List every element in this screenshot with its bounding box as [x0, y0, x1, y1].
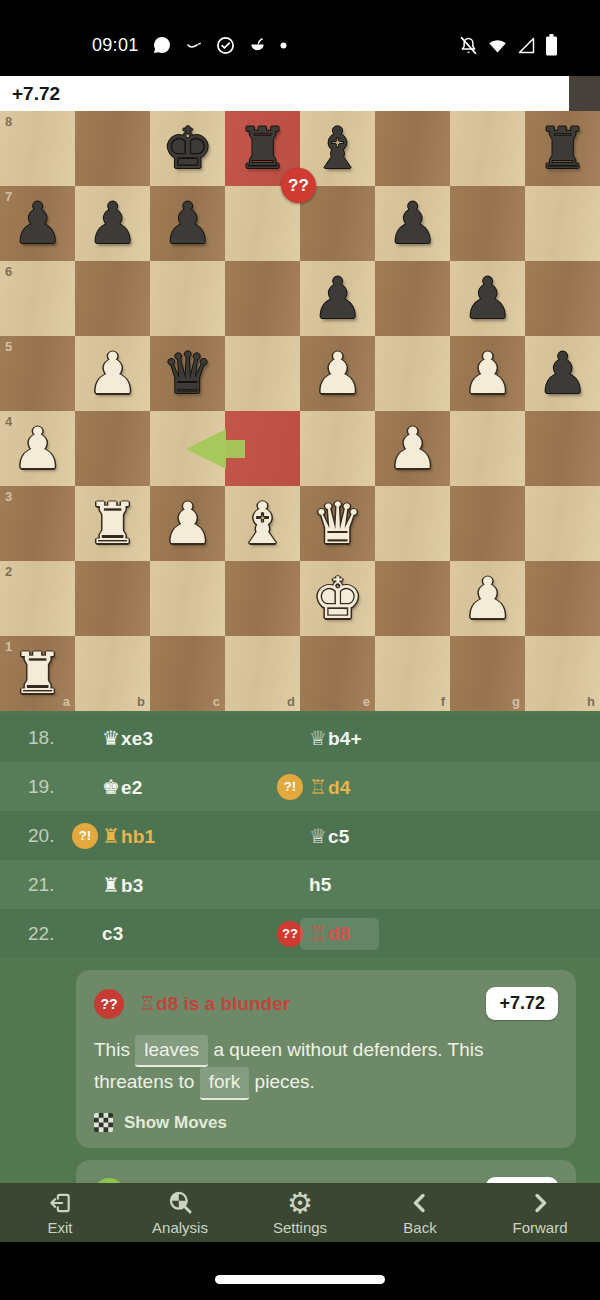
rank-label-3: 3 [5, 489, 12, 504]
move-row-21: 21.♜b3h5 [0, 860, 600, 909]
square-d2[interactable] [225, 561, 300, 636]
move-row-18: 18.♛xe3♕b4+ [0, 713, 600, 762]
status-bar: 09:01 [0, 0, 600, 76]
cellular-icon [516, 35, 537, 56]
piece-white-rook: ♜ [87, 495, 138, 552]
square-b4[interactable] [75, 411, 150, 486]
term-chip-fork[interactable]: fork [200, 1067, 250, 1099]
white-move-18[interactable]: ♛xe3 [102, 726, 277, 750]
file-label-f: f [441, 694, 445, 709]
square-e4[interactable] [300, 411, 375, 486]
piece-black-pawn: ♟ [387, 195, 438, 252]
square-a7[interactable]: 7♟ [0, 186, 75, 261]
blunder-badge: ?? [281, 168, 316, 203]
square-g2[interactable]: ♟ [450, 561, 525, 636]
mini-board-icon [94, 1113, 113, 1132]
file-label-d: d [287, 694, 295, 709]
rank-label-1: 1 [5, 639, 12, 654]
piece-white-pawn: ♟ [312, 345, 363, 402]
move-number: 22. [28, 923, 72, 945]
square-h6[interactable] [525, 261, 600, 336]
piece-white-pawn: ♟ [462, 345, 513, 402]
piece-white-pawn: ♟ [12, 420, 63, 477]
piece-black-pawn: ♟ [312, 270, 363, 327]
evaluation-bar: +7.72 [0, 76, 600, 111]
move-text: xe3 [121, 728, 153, 749]
piece-white-pawn: ♟ [387, 420, 438, 477]
square-f8[interactable] [375, 111, 450, 186]
square-a5[interactable]: 5 [0, 336, 75, 411]
nav-label: Exit [47, 1219, 72, 1236]
term-chip-leaves[interactable]: leaves [135, 1035, 208, 1067]
figurine: ♕ [309, 726, 327, 750]
piece-white-queen: ♛ [312, 495, 363, 552]
white-move-19[interactable]: ♚e2 [102, 775, 277, 799]
square-a6[interactable]: 6 [0, 261, 75, 336]
file-label-h: h [587, 694, 595, 709]
figurine: ♖ [139, 992, 156, 1014]
card-explanation: This leaves a queen without defenders. T… [94, 1035, 558, 1100]
card-title: ♖d8 is a blunder [139, 992, 290, 1015]
square-f6[interactable] [375, 261, 450, 336]
square-c2[interactable] [150, 561, 225, 636]
piece-white-pawn: ♟ [162, 495, 213, 552]
square-c3[interactable]: ♟ [150, 486, 225, 561]
piece-black-bishop: ♝ [312, 120, 363, 177]
annotation-badge-warn: ?! [277, 774, 303, 800]
square-c8[interactable]: ♚ [150, 111, 225, 186]
square-c6[interactable] [150, 261, 225, 336]
square-f7[interactable]: ♟ [375, 186, 450, 261]
annotation-badge-warn: ?! [72, 823, 98, 849]
rank-label-2: 2 [5, 564, 12, 579]
square-e1[interactable]: e [300, 636, 375, 711]
nav-analysis-button[interactable]: Analysis [120, 1183, 240, 1242]
notification-dot-icon [280, 42, 287, 49]
move-row-22: 22.c3??♖d8 [0, 909, 600, 958]
figurine: ♜ [102, 824, 120, 848]
piece-black-queen: ♛ [162, 345, 213, 402]
check-circle-icon [216, 36, 235, 55]
square-b3[interactable]: ♜ [75, 486, 150, 561]
pot-icon [248, 36, 267, 55]
file-label-a: a [63, 694, 70, 709]
file-label-e: e [363, 694, 370, 709]
square-c5[interactable]: ♛ [150, 336, 225, 411]
square-a3[interactable]: 3 [0, 486, 75, 561]
piece-black-king: ♚ [162, 120, 213, 177]
black-move-20[interactable]: ♕c5 [309, 824, 349, 848]
bell-off-icon [458, 35, 479, 56]
square-h7[interactable] [525, 186, 600, 261]
square-g1[interactable]: g [450, 636, 525, 711]
move-text: e2 [121, 777, 143, 798]
square-e2[interactable]: ♚ [300, 561, 375, 636]
square-g7[interactable] [450, 186, 525, 261]
move-list: 18.♛xe3♕b4+19.♚e2?!♖d420.?!♜hb1♕c521.♜b3… [0, 711, 600, 958]
piece-black-pawn: ♟ [537, 345, 588, 402]
move-row-19: 19.♚e2?!♖d4 [0, 762, 600, 811]
move-text: c5 [328, 826, 350, 847]
file-label-g: g [512, 694, 520, 709]
move-text: d4 [328, 777, 351, 798]
piece-black-pawn: ♟ [12, 195, 63, 252]
square-f5[interactable] [375, 336, 450, 411]
chevron-left-icon [408, 1190, 432, 1216]
clock: 09:01 [92, 35, 139, 56]
square-b1[interactable]: b [75, 636, 150, 711]
exit-icon [47, 1190, 73, 1216]
figurine: ♛ [102, 726, 120, 750]
rank-label-6: 6 [5, 264, 12, 279]
nav-forward-button[interactable]: Forward [480, 1183, 600, 1242]
square-h4[interactable] [525, 411, 600, 486]
white-move-22[interactable]: c3 [102, 923, 277, 945]
wave-icon [185, 36, 203, 54]
evaluation-score: +7.72 [0, 83, 60, 105]
move-row-20: 20.?!♜hb1♕c5 [0, 811, 600, 860]
best-move-arrow [186, 429, 246, 473]
battery-icon [545, 34, 558, 56]
square-g6[interactable]: ♟ [450, 261, 525, 336]
show-moves-label: Show Moves [124, 1113, 227, 1133]
move-number: 19. [28, 776, 72, 798]
square-f2[interactable] [375, 561, 450, 636]
nav-label: Back [403, 1219, 436, 1236]
nav-label: Analysis [152, 1219, 208, 1236]
piece-white-pawn: ♟ [462, 570, 513, 627]
piece-black-pawn: ♟ [87, 195, 138, 252]
square-d5[interactable] [225, 336, 300, 411]
figurine: ♖ [309, 922, 327, 946]
square-g5[interactable]: ♟ [450, 336, 525, 411]
square-f1[interactable]: f [375, 636, 450, 711]
move-text: h5 [309, 874, 332, 895]
evaluation-bar-black-segment [569, 76, 600, 111]
wifi-icon [487, 35, 508, 56]
gesture-area [0, 1242, 600, 1300]
square-d3[interactable]: ♝ [225, 486, 300, 561]
square-g8[interactable] [450, 111, 525, 186]
chat-bubble-icon [152, 35, 172, 55]
home-indicator[interactable] [215, 1275, 385, 1284]
square-d1[interactable]: d [225, 636, 300, 711]
move-text: b3 [121, 875, 144, 896]
figurine: ♜ [102, 873, 120, 897]
chevron-right-icon [528, 1190, 552, 1216]
best-move-card: ★♖c4 is best+0.72 [76, 1160, 576, 1183]
square-a2[interactable]: 2 [0, 561, 75, 636]
white-move-20[interactable]: ♜hb1 [102, 824, 277, 848]
move-text: b4+ [328, 728, 362, 749]
black-move-18[interactable]: ♕b4+ [309, 726, 362, 750]
square-e5[interactable]: ♟ [300, 336, 375, 411]
square-b8[interactable] [75, 111, 150, 186]
square-b5[interactable]: ♟ [75, 336, 150, 411]
nav-label: Settings [273, 1219, 327, 1236]
analysis-cards: ??♖d8 is a blunder+7.72This leaves a que… [0, 958, 600, 1183]
rank-label-5: 5 [5, 339, 12, 354]
piece-black-pawn: ♟ [162, 195, 213, 252]
piece-black-pawn: ♟ [462, 270, 513, 327]
show-moves-button[interactable]: Show Moves [94, 1113, 558, 1133]
square-a4[interactable]: 4♟ [0, 411, 75, 486]
square-b6[interactable] [75, 261, 150, 336]
square-d6[interactable] [225, 261, 300, 336]
file-label-c: c [213, 694, 220, 709]
piece-black-rook: ♜ [537, 120, 588, 177]
piece-white-king: ♚ [312, 570, 363, 627]
square-g3[interactable] [450, 486, 525, 561]
square-h1[interactable]: h [525, 636, 600, 711]
annotation-slot: ?! [277, 774, 309, 800]
black-move-22[interactable]: ♖d8 [309, 918, 379, 950]
move-number: 18. [28, 727, 72, 749]
move-text: d8 [328, 923, 351, 945]
square-h3[interactable] [525, 486, 600, 561]
white-move-21[interactable]: ♜b3 [102, 873, 277, 897]
move-text: hb1 [121, 826, 155, 847]
move-text: c3 [102, 923, 124, 944]
square-f4[interactable]: ♟ [375, 411, 450, 486]
move-number: 21. [28, 874, 72, 896]
annotation-slot: ?! [72, 823, 102, 849]
move-number: 20. [28, 825, 72, 847]
analysis-icon [167, 1190, 194, 1216]
nav-back-button[interactable]: Back [360, 1183, 480, 1242]
nav-exit-button[interactable]: Exit [0, 1183, 120, 1242]
square-c1[interactable]: c [150, 636, 225, 711]
black-move-21[interactable]: h5 [309, 874, 332, 896]
square-e6[interactable]: ♟ [300, 261, 375, 336]
square-b7[interactable]: ♟ [75, 186, 150, 261]
square-g4[interactable] [450, 411, 525, 486]
square-c7[interactable]: ♟ [150, 186, 225, 261]
square-h8[interactable]: ♜ [525, 111, 600, 186]
square-b2[interactable] [75, 561, 150, 636]
nav-label: Forward [512, 1219, 567, 1236]
square-h5[interactable]: ♟ [525, 336, 600, 411]
square-a1[interactable]: 1a♜ [0, 636, 75, 711]
eval-chip: +7.72 [486, 987, 558, 1020]
square-f3[interactable] [375, 486, 450, 561]
square-h2[interactable] [525, 561, 600, 636]
figurine: ♕ [309, 824, 327, 848]
figurine: ♚ [102, 775, 120, 799]
chess-board: 8♚♜♝♜7♟♟♟♟6♟♟5♟♛♟♟♟4♟♟3♜♟♝♛2♚♟1a♜bcdefgh… [0, 111, 600, 711]
square-a8[interactable]: 8 [0, 111, 75, 186]
blunder-card: ??♖d8 is a blunder+7.72This leaves a que… [76, 970, 576, 1148]
file-label-b: b [137, 694, 145, 709]
nav-settings-button[interactable]: ⚙Settings [240, 1183, 360, 1242]
black-move-19[interactable]: ♖d4 [309, 775, 351, 799]
piece-white-pawn: ♟ [87, 345, 138, 402]
piece-white-rook: ♜ [12, 645, 63, 702]
blunder-badge-icon: ?? [94, 989, 124, 1019]
piece-black-rook: ♜ [237, 120, 288, 177]
rank-label-8: 8 [5, 114, 12, 129]
square-e3[interactable]: ♛ [300, 486, 375, 561]
figurine: ♖ [309, 775, 327, 799]
rank-label-7: 7 [5, 189, 12, 204]
rank-label-4: 4 [5, 414, 12, 429]
bottom-navigation: ExitAnalysis⚙SettingsBackForward [0, 1183, 600, 1242]
piece-white-bishop: ♝ [237, 495, 288, 552]
gear-icon: ⚙ [287, 1190, 313, 1216]
